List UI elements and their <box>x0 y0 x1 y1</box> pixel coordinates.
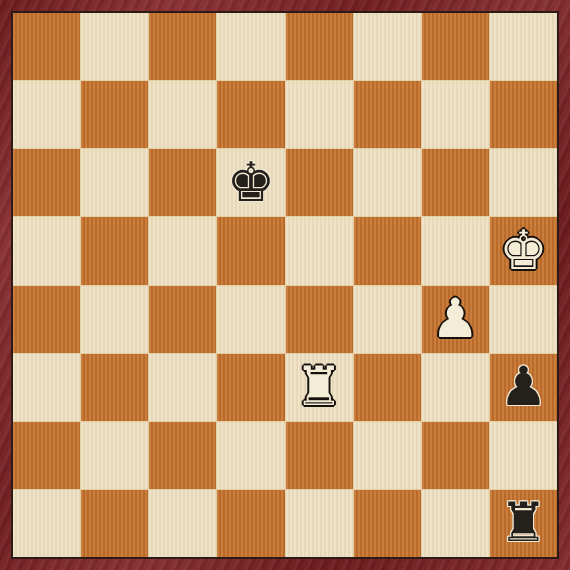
square-h3[interactable]: ♟ <box>490 354 557 421</box>
square-c1[interactable] <box>149 490 216 557</box>
square-a3[interactable] <box>13 354 80 421</box>
square-e1[interactable] <box>286 490 353 557</box>
square-b4[interactable] <box>81 286 148 353</box>
square-g4[interactable]: ♟ <box>422 286 489 353</box>
chess-board: ♚♚♟♜♟♜ <box>11 11 559 559</box>
square-a4[interactable] <box>13 286 80 353</box>
square-c7[interactable] <box>149 81 216 148</box>
white-king-piece: ♚ <box>499 224 547 278</box>
square-c4[interactable] <box>149 286 216 353</box>
square-a8[interactable] <box>13 13 80 80</box>
square-a6[interactable] <box>13 149 80 216</box>
square-d7[interactable] <box>217 81 284 148</box>
square-h8[interactable] <box>490 13 557 80</box>
square-d3[interactable] <box>217 354 284 421</box>
square-f4[interactable] <box>354 286 421 353</box>
square-h5[interactable]: ♚ <box>490 217 557 284</box>
square-h1[interactable]: ♜ <box>490 490 557 557</box>
square-e6[interactable] <box>286 149 353 216</box>
black-king-piece: ♚ <box>227 156 275 210</box>
square-b1[interactable] <box>81 490 148 557</box>
white-rook-piece: ♜ <box>295 360 343 414</box>
square-b3[interactable] <box>81 354 148 421</box>
square-h6[interactable] <box>490 149 557 216</box>
square-a5[interactable] <box>13 217 80 284</box>
square-g6[interactable] <box>422 149 489 216</box>
square-d6[interactable]: ♚ <box>217 149 284 216</box>
square-g2[interactable] <box>422 422 489 489</box>
square-c6[interactable] <box>149 149 216 216</box>
square-g5[interactable] <box>422 217 489 284</box>
square-e8[interactable] <box>286 13 353 80</box>
square-g8[interactable] <box>422 13 489 80</box>
board-frame: ♚♚♟♜♟♜ <box>0 0 570 570</box>
square-g1[interactable] <box>422 490 489 557</box>
square-b5[interactable] <box>81 217 148 284</box>
square-d1[interactable] <box>217 490 284 557</box>
square-a2[interactable] <box>13 422 80 489</box>
black-pawn-piece: ♟ <box>499 360 547 414</box>
square-c5[interactable] <box>149 217 216 284</box>
square-f6[interactable] <box>354 149 421 216</box>
square-c2[interactable] <box>149 422 216 489</box>
square-d5[interactable] <box>217 217 284 284</box>
square-d8[interactable] <box>217 13 284 80</box>
square-f1[interactable] <box>354 490 421 557</box>
square-e2[interactable] <box>286 422 353 489</box>
square-f3[interactable] <box>354 354 421 421</box>
square-e7[interactable] <box>286 81 353 148</box>
square-e3[interactable]: ♜ <box>286 354 353 421</box>
square-h2[interactable] <box>490 422 557 489</box>
square-g3[interactable] <box>422 354 489 421</box>
square-d2[interactable] <box>217 422 284 489</box>
square-f8[interactable] <box>354 13 421 80</box>
square-h7[interactable] <box>490 81 557 148</box>
square-a7[interactable] <box>13 81 80 148</box>
square-d4[interactable] <box>217 286 284 353</box>
square-f7[interactable] <box>354 81 421 148</box>
square-c3[interactable] <box>149 354 216 421</box>
black-rook-piece: ♜ <box>499 496 547 550</box>
square-f5[interactable] <box>354 217 421 284</box>
square-f2[interactable] <box>354 422 421 489</box>
square-b8[interactable] <box>81 13 148 80</box>
white-pawn-piece: ♟ <box>431 292 479 346</box>
square-c8[interactable] <box>149 13 216 80</box>
square-a1[interactable] <box>13 490 80 557</box>
square-e4[interactable] <box>286 286 353 353</box>
square-b6[interactable] <box>81 149 148 216</box>
square-h4[interactable] <box>490 286 557 353</box>
square-b2[interactable] <box>81 422 148 489</box>
square-e5[interactable] <box>286 217 353 284</box>
square-g7[interactable] <box>422 81 489 148</box>
square-b7[interactable] <box>81 81 148 148</box>
